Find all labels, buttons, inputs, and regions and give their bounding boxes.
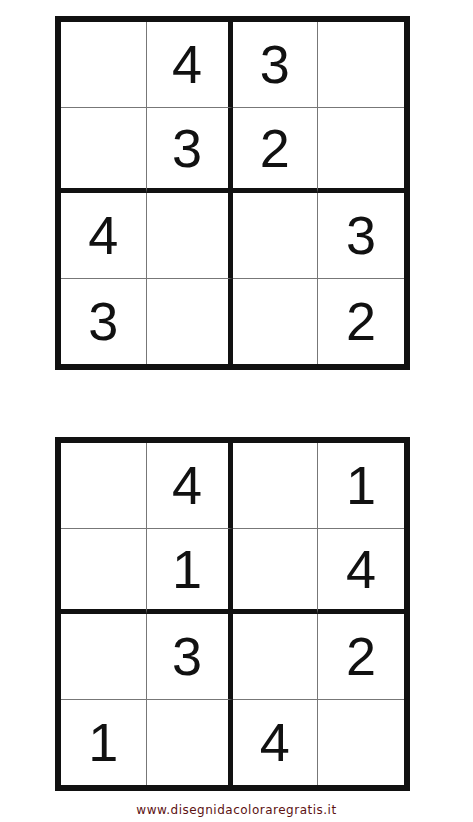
p1-cell-r1c2[interactable]: 2 xyxy=(233,108,319,194)
p2-cell-r1c1[interactable]: 1 xyxy=(147,529,233,615)
sudoku-board-1: 4 3 3 2 4 3 3 2 xyxy=(55,16,410,370)
p2-cell-r0c3[interactable]: 1 xyxy=(318,443,404,529)
p2-cell-r3c3[interactable] xyxy=(318,700,404,786)
p2-cell-r1c2[interactable] xyxy=(233,529,319,615)
p2-cell-r0c0[interactable] xyxy=(61,443,147,529)
p1-cell-r1c1[interactable]: 3 xyxy=(147,108,233,194)
p1-cell-r0c2[interactable]: 3 xyxy=(233,22,319,108)
p2-cell-r0c1[interactable]: 4 xyxy=(147,443,233,529)
p1-cell-r3c0[interactable]: 3 xyxy=(61,279,147,365)
p2-cell-r1c0[interactable] xyxy=(61,529,147,615)
p2-cell-r2c1[interactable]: 3 xyxy=(147,614,233,700)
p2-cell-r2c2[interactable] xyxy=(233,614,319,700)
p1-cell-r2c0[interactable]: 4 xyxy=(61,193,147,279)
p1-cell-r3c1[interactable] xyxy=(147,279,233,365)
p1-cell-r3c2[interactable] xyxy=(233,279,319,365)
p1-cell-r1c0[interactable] xyxy=(61,108,147,194)
p1-cell-r0c1[interactable]: 4 xyxy=(147,22,233,108)
p2-cell-r3c0[interactable]: 1 xyxy=(61,700,147,786)
p1-cell-r0c3[interactable] xyxy=(318,22,404,108)
p1-cell-r2c1[interactable] xyxy=(147,193,233,279)
p1-cell-r2c3[interactable]: 3 xyxy=(318,193,404,279)
sudoku-board-2: 4 1 1 4 3 2 1 4 xyxy=(55,437,410,791)
p2-cell-r1c3[interactable]: 4 xyxy=(318,529,404,615)
p2-cell-r0c2[interactable] xyxy=(233,443,319,529)
p2-cell-r3c2[interactable]: 4 xyxy=(233,700,319,786)
watermark-url: www.disegnidacoloraregratis.it xyxy=(0,803,473,817)
printable-sudoku-sheet: 4 3 3 2 4 3 3 2 4 1 1 4 3 2 1 4 www.dise… xyxy=(0,0,473,822)
p1-cell-r2c2[interactable] xyxy=(233,193,319,279)
p1-cell-r1c3[interactable] xyxy=(318,108,404,194)
p2-cell-r2c3[interactable]: 2 xyxy=(318,614,404,700)
p2-cell-r3c1[interactable] xyxy=(147,700,233,786)
p1-cell-r3c3[interactable]: 2 xyxy=(318,279,404,365)
p2-cell-r2c0[interactable] xyxy=(61,614,147,700)
p1-cell-r0c0[interactable] xyxy=(61,22,147,108)
